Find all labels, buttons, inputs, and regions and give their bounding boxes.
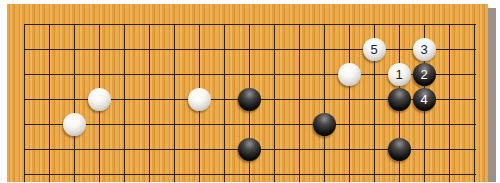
- move-number: 4: [420, 93, 427, 106]
- white-stone: [63, 113, 86, 136]
- move-number: 3: [420, 43, 427, 56]
- white-stone: [88, 88, 111, 111]
- stone-grid: 13524: [12, 12, 487, 183]
- move-number: 2: [420, 68, 427, 81]
- white-stone: [188, 88, 211, 111]
- white-stone-move-5: 5: [363, 38, 386, 61]
- black-stone: [388, 88, 411, 111]
- white-stone-move-3: 3: [413, 38, 436, 61]
- black-stone: [388, 138, 411, 161]
- black-stone: [238, 138, 261, 161]
- move-number: 5: [370, 43, 377, 56]
- black-stone-move-2: 2: [413, 63, 436, 86]
- black-stone: [313, 113, 336, 136]
- white-stone-move-1: 1: [388, 63, 411, 86]
- black-stone: [238, 88, 261, 111]
- go-diagram: 13524: [0, 0, 500, 182]
- move-number: 1: [395, 68, 402, 81]
- white-stone: [338, 63, 361, 86]
- black-stone-move-4: 4: [413, 88, 436, 111]
